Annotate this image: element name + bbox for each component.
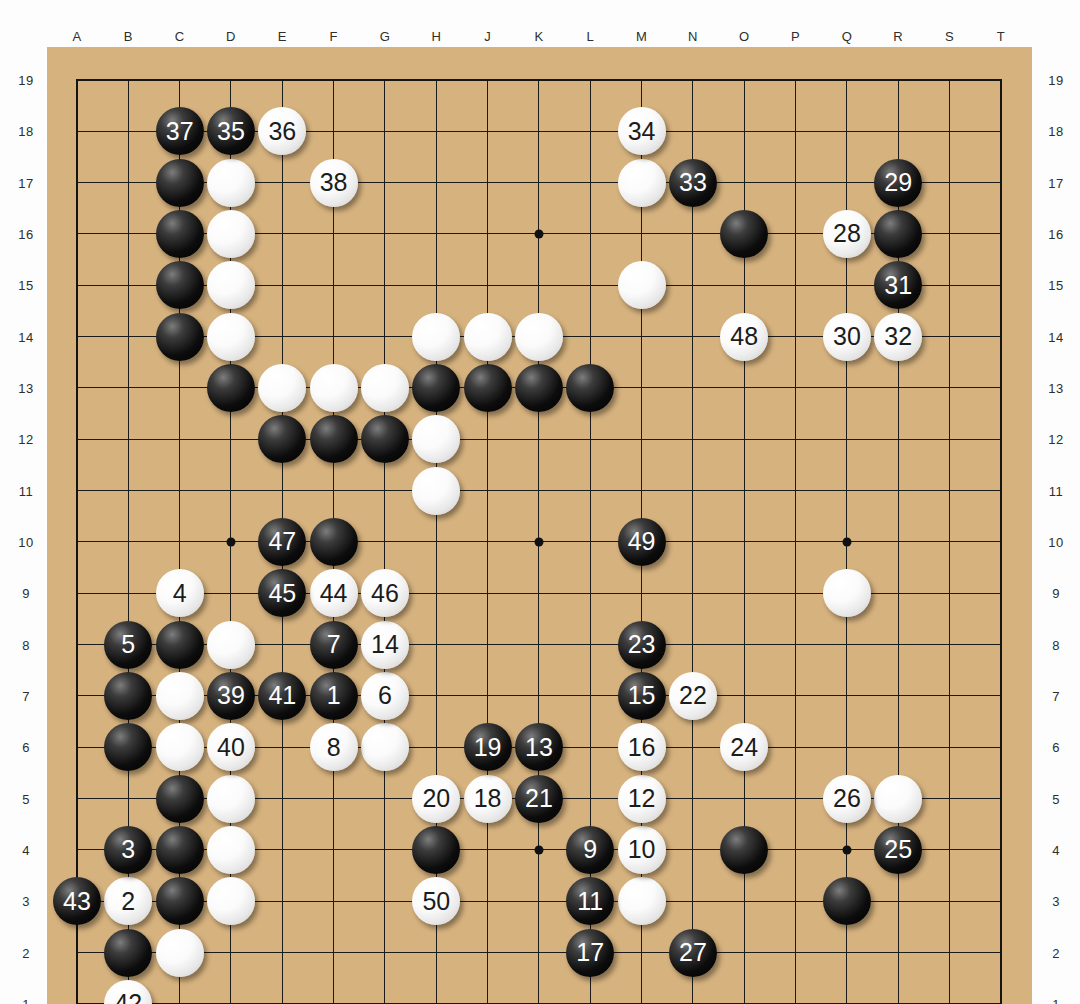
stone-black-R15: 31 <box>874 261 922 309</box>
stone-white-M17 <box>618 159 666 207</box>
board-point-O6: 24 <box>719 722 770 773</box>
move-number: 37 <box>166 119 194 144</box>
board-point-O14: 48 <box>719 311 770 362</box>
board-point-N7: 22 <box>667 670 718 721</box>
stone-black-K13 <box>515 364 563 412</box>
stone-white-B3: 2 <box>104 877 152 925</box>
row-label-right-6: 6 <box>1052 740 1060 755</box>
board-point-R17: 29 <box>873 157 924 208</box>
board-point-G6 <box>359 722 410 773</box>
stone-white-C2 <box>156 929 204 977</box>
move-number: 3 <box>121 837 135 862</box>
stone-black-B6 <box>104 723 152 771</box>
stone-white-M3 <box>618 877 666 925</box>
move-number: 39 <box>217 683 245 708</box>
row-label-left-12: 12 <box>18 432 33 447</box>
board-point-D8 <box>205 619 256 670</box>
stone-black-L4: 9 <box>566 826 614 874</box>
row-label-left-18: 18 <box>18 124 33 139</box>
board-point-C9: 4 <box>154 568 205 619</box>
move-number: 14 <box>371 632 399 657</box>
board-point-G13 <box>359 362 410 413</box>
stone-black-F8: 7 <box>310 621 358 669</box>
board-point-M6: 16 <box>616 722 667 773</box>
stone-white-F13 <box>310 364 358 412</box>
move-number: 9 <box>583 837 597 862</box>
move-number: 4 <box>173 581 187 606</box>
move-number: 33 <box>679 170 707 195</box>
stone-white-C6 <box>156 723 204 771</box>
stone-white-Q16: 28 <box>823 210 871 258</box>
stone-black-E7: 41 <box>258 672 306 720</box>
stone-black-G12 <box>361 415 409 463</box>
row-label-left-14: 14 <box>18 329 33 344</box>
row-label-right-16: 16 <box>1048 226 1063 241</box>
board-point-B1: 42 <box>103 978 154 1004</box>
stone-white-D5 <box>207 775 255 823</box>
board-point-D14 <box>205 311 256 362</box>
stone-white-C7 <box>156 672 204 720</box>
stone-white-O6: 24 <box>720 723 768 771</box>
board-point-Q5: 26 <box>821 773 872 824</box>
board-point-D7: 39 <box>205 670 256 721</box>
board-point-J14 <box>462 311 513 362</box>
stone-white-G13 <box>361 364 409 412</box>
col-label-P: P <box>791 29 800 44</box>
stone-black-D7: 39 <box>207 672 255 720</box>
row-label-left-3: 3 <box>22 894 30 909</box>
stone-black-K6: 13 <box>515 723 563 771</box>
board-point-L13 <box>565 362 616 413</box>
stone-black-A3: 43 <box>53 877 101 925</box>
stone-white-E13 <box>258 364 306 412</box>
board-point-M5: 12 <box>616 773 667 824</box>
row-label-right-3: 3 <box>1052 894 1060 909</box>
stone-white-C9: 4 <box>156 569 204 617</box>
stone-black-N17: 33 <box>669 159 717 207</box>
board-point-D4 <box>205 824 256 875</box>
board-point-G12 <box>359 414 410 465</box>
row-label-left-7: 7 <box>22 688 30 703</box>
board-point-E12 <box>257 414 308 465</box>
row-label-left-5: 5 <box>22 791 30 806</box>
stone-black-M7: 15 <box>618 672 666 720</box>
board-point-M8: 23 <box>616 619 667 670</box>
col-label-E: E <box>278 29 287 44</box>
move-number: 47 <box>268 529 296 554</box>
row-label-right-5: 5 <box>1052 791 1060 806</box>
stone-black-D18: 35 <box>207 107 255 155</box>
board-point-K14 <box>513 311 564 362</box>
move-number: 28 <box>833 221 861 246</box>
move-number: 45 <box>268 581 296 606</box>
col-label-D: D <box>226 29 236 44</box>
stone-black-F12 <box>310 415 358 463</box>
board-point-F6: 8 <box>308 722 359 773</box>
stone-black-C16 <box>156 210 204 258</box>
board-point-B3: 2 <box>103 876 154 927</box>
go-kifu-diagram: 1234567891011121314151617181920212223242… <box>0 0 1080 1004</box>
move-number: 7 <box>327 632 341 657</box>
board-point-L2: 17 <box>565 927 616 978</box>
board-point-B6 <box>103 722 154 773</box>
stone-black-F10 <box>310 518 358 566</box>
board-point-K13 <box>513 362 564 413</box>
board-point-B7 <box>103 670 154 721</box>
stone-black-O16 <box>720 210 768 258</box>
board-point-H5: 20 <box>411 773 462 824</box>
stone-black-M8: 23 <box>618 621 666 669</box>
move-number: 21 <box>525 786 553 811</box>
stone-black-C14 <box>156 313 204 361</box>
board-point-N17: 33 <box>667 157 718 208</box>
stone-black-C18: 37 <box>156 107 204 155</box>
row-label-left-2: 2 <box>22 945 30 960</box>
stone-black-C8 <box>156 621 204 669</box>
stone-black-C17 <box>156 159 204 207</box>
move-number: 43 <box>63 889 91 914</box>
stone-white-N7: 22 <box>669 672 717 720</box>
col-label-C: C <box>175 29 185 44</box>
board-point-H3: 50 <box>411 876 462 927</box>
board-point-R5 <box>873 773 924 824</box>
board-point-F17: 38 <box>308 157 359 208</box>
board-point-K5: 21 <box>513 773 564 824</box>
row-label-right-11: 11 <box>1049 483 1064 498</box>
stone-white-D4 <box>207 826 255 874</box>
move-number: 11 <box>577 889 603 914</box>
stone-black-O4 <box>720 826 768 874</box>
stone-white-M18: 34 <box>618 107 666 155</box>
col-label-F: F <box>329 29 337 44</box>
stone-white-E18: 36 <box>258 107 306 155</box>
stone-white-H3: 50 <box>412 877 460 925</box>
stone-white-B1: 42 <box>104 980 152 1004</box>
stone-black-L3: 11 <box>566 877 614 925</box>
row-label-right-14: 14 <box>1048 329 1063 344</box>
row-label-left-4: 4 <box>22 842 30 857</box>
move-number: 16 <box>628 735 656 760</box>
row-label-right-2: 2 <box>1052 945 1060 960</box>
stone-white-H12 <box>412 415 460 463</box>
move-number: 44 <box>320 581 348 606</box>
move-number: 2 <box>121 889 135 914</box>
board-point-D6: 40 <box>205 722 256 773</box>
board-point-C7 <box>154 670 205 721</box>
board-point-C18: 37 <box>154 106 205 157</box>
stone-white-R5 <box>874 775 922 823</box>
stone-white-F9: 44 <box>310 569 358 617</box>
move-number: 40 <box>217 735 245 760</box>
board-point-F12 <box>308 414 359 465</box>
col-label-S: S <box>945 29 954 44</box>
board-point-C2 <box>154 927 205 978</box>
move-number: 15 <box>628 683 656 708</box>
stone-white-D15 <box>207 261 255 309</box>
col-label-H: H <box>431 29 441 44</box>
stone-black-L2: 17 <box>566 929 614 977</box>
move-number: 13 <box>525 735 553 760</box>
stone-black-B7 <box>104 672 152 720</box>
move-number: 26 <box>833 786 861 811</box>
board-point-H11 <box>411 465 462 516</box>
board-point-E13 <box>257 362 308 413</box>
row-label-left-8: 8 <box>22 637 30 652</box>
stone-white-H5: 20 <box>412 775 460 823</box>
col-label-B: B <box>124 29 133 44</box>
row-label-left-1: 1 <box>22 996 30 1004</box>
stone-black-D13 <box>207 364 255 412</box>
stone-white-J14 <box>464 313 512 361</box>
row-label-right-8: 8 <box>1052 637 1060 652</box>
stone-black-C15 <box>156 261 204 309</box>
board-point-C14 <box>154 311 205 362</box>
move-number: 22 <box>679 683 707 708</box>
board-point-C5 <box>154 773 205 824</box>
row-label-right-1: 1 <box>1052 996 1060 1004</box>
board-point-E18: 36 <box>257 106 308 157</box>
move-number: 24 <box>730 735 758 760</box>
stone-black-B4: 3 <box>104 826 152 874</box>
move-number: 10 <box>628 837 656 862</box>
stone-white-M4: 10 <box>618 826 666 874</box>
stone-black-J6: 19 <box>464 723 512 771</box>
stone-black-R4: 25 <box>874 826 922 874</box>
row-label-right-12: 12 <box>1048 432 1063 447</box>
row-label-right-17: 17 <box>1048 175 1063 190</box>
stone-white-G8: 14 <box>361 621 409 669</box>
board-point-D15 <box>205 260 256 311</box>
row-label-right-4: 4 <box>1052 842 1060 857</box>
stone-white-Q5: 26 <box>823 775 871 823</box>
board-point-M4: 10 <box>616 824 667 875</box>
row-label-right-13: 13 <box>1048 380 1063 395</box>
stone-white-G6 <box>361 723 409 771</box>
stone-black-E12 <box>258 415 306 463</box>
move-number: 5 <box>121 632 135 657</box>
board-point-O4 <box>719 824 770 875</box>
stone-grid: 1234567891011121314151617181920212223242… <box>51 54 1026 1004</box>
move-number: 17 <box>576 940 604 965</box>
row-label-left-16: 16 <box>18 226 33 241</box>
board-point-B8: 5 <box>103 619 154 670</box>
board-point-M7: 15 <box>616 670 667 721</box>
board-point-E9: 45 <box>257 568 308 619</box>
stone-black-C5 <box>156 775 204 823</box>
stone-white-M15 <box>618 261 666 309</box>
board-point-B4: 3 <box>103 824 154 875</box>
board-point-D3 <box>205 876 256 927</box>
stone-black-C4 <box>156 826 204 874</box>
col-label-R: R <box>893 29 903 44</box>
stone-white-O14: 48 <box>720 313 768 361</box>
col-label-Q: Q <box>842 29 853 44</box>
board-point-M10: 49 <box>616 516 667 567</box>
stone-black-R17: 29 <box>874 159 922 207</box>
board-point-M18: 34 <box>616 106 667 157</box>
board-point-G8: 14 <box>359 619 410 670</box>
stone-black-H4 <box>412 826 460 874</box>
col-label-J: J <box>484 29 491 44</box>
board-point-F8: 7 <box>308 619 359 670</box>
board-point-H12 <box>411 414 462 465</box>
stone-white-M6: 16 <box>618 723 666 771</box>
col-label-L: L <box>586 29 594 44</box>
board-point-G7: 6 <box>359 670 410 721</box>
board-point-Q9 <box>821 568 872 619</box>
move-number: 8 <box>327 735 341 760</box>
stone-black-Q3 <box>823 877 871 925</box>
col-label-A: A <box>72 29 81 44</box>
stone-black-E9: 45 <box>258 569 306 617</box>
move-number: 19 <box>474 735 502 760</box>
stone-black-H13 <box>412 364 460 412</box>
board-point-C16 <box>154 208 205 259</box>
move-number: 36 <box>268 119 296 144</box>
move-number: 12 <box>628 786 656 811</box>
board-point-D16 <box>205 208 256 259</box>
board-point-C4 <box>154 824 205 875</box>
stone-black-K5: 21 <box>515 775 563 823</box>
board-point-R15: 31 <box>873 260 924 311</box>
stone-black-B8: 5 <box>104 621 152 669</box>
move-number: 29 <box>884 170 912 195</box>
row-label-left-13: 13 <box>18 380 33 395</box>
stone-black-F7: 1 <box>310 672 358 720</box>
stone-black-M10: 49 <box>618 518 666 566</box>
move-number: 42 <box>114 991 142 1004</box>
move-number: 46 <box>371 581 399 606</box>
board-point-F13 <box>308 362 359 413</box>
board-point-G9: 46 <box>359 568 410 619</box>
stone-white-D14 <box>207 313 255 361</box>
move-number: 1 <box>327 683 341 708</box>
stone-white-H14 <box>412 313 460 361</box>
row-label-left-19: 19 <box>18 73 33 88</box>
board-point-F7: 1 <box>308 670 359 721</box>
stone-black-L13 <box>566 364 614 412</box>
move-number: 50 <box>422 889 450 914</box>
row-label-right-9: 9 <box>1052 586 1060 601</box>
stone-white-H11 <box>412 467 460 515</box>
stone-white-J5: 18 <box>464 775 512 823</box>
col-label-M: M <box>636 29 647 44</box>
board-point-D13 <box>205 362 256 413</box>
col-label-G: G <box>380 29 391 44</box>
stone-white-K14 <box>515 313 563 361</box>
board-point-N2: 27 <box>667 927 718 978</box>
board-point-A3: 43 <box>51 876 102 927</box>
stone-white-G7: 6 <box>361 672 409 720</box>
move-number: 20 <box>422 786 450 811</box>
row-label-right-19: 19 <box>1048 73 1063 88</box>
board-point-E7: 41 <box>257 670 308 721</box>
row-label-right-7: 7 <box>1052 688 1060 703</box>
stone-white-D8 <box>207 621 255 669</box>
row-label-right-10: 10 <box>1048 534 1063 549</box>
board-point-C8 <box>154 619 205 670</box>
board-point-H14 <box>411 311 462 362</box>
board-point-C3 <box>154 876 205 927</box>
stone-white-D17 <box>207 159 255 207</box>
stone-white-F17: 38 <box>310 159 358 207</box>
board-point-R4: 25 <box>873 824 924 875</box>
stone-white-Q14: 30 <box>823 313 871 361</box>
row-label-left-10: 10 <box>18 534 33 549</box>
col-label-T: T <box>997 29 1005 44</box>
row-label-left-9: 9 <box>22 586 30 601</box>
move-number: 49 <box>628 529 656 554</box>
board-point-D5 <box>205 773 256 824</box>
stone-white-F6: 8 <box>310 723 358 771</box>
board-point-D17 <box>205 157 256 208</box>
stone-black-C3 <box>156 877 204 925</box>
board-point-K6: 13 <box>513 722 564 773</box>
board-point-Q14: 30 <box>821 311 872 362</box>
board-point-J6: 19 <box>462 722 513 773</box>
move-number: 32 <box>884 324 912 349</box>
stone-white-G9: 46 <box>361 569 409 617</box>
board-point-E10: 47 <box>257 516 308 567</box>
board-point-R14: 32 <box>873 311 924 362</box>
stone-white-R14: 32 <box>874 313 922 361</box>
board-point-O16 <box>719 208 770 259</box>
move-number: 31 <box>884 273 912 298</box>
board-point-J13 <box>462 362 513 413</box>
stone-white-Q9 <box>823 569 871 617</box>
stone-black-N2: 27 <box>669 929 717 977</box>
move-number: 41 <box>268 683 296 708</box>
board-point-C6 <box>154 722 205 773</box>
move-number: 35 <box>217 119 245 144</box>
stone-black-B2 <box>104 929 152 977</box>
board-point-R16 <box>873 208 924 259</box>
row-label-right-18: 18 <box>1048 124 1063 139</box>
col-label-O: O <box>739 29 750 44</box>
row-label-left-17: 17 <box>18 175 33 190</box>
row-label-left-15: 15 <box>18 278 33 293</box>
move-number: 23 <box>628 632 656 657</box>
board-point-B2 <box>103 927 154 978</box>
stone-white-D3 <box>207 877 255 925</box>
stone-white-D16 <box>207 210 255 258</box>
move-number: 18 <box>474 786 502 811</box>
row-label-right-15: 15 <box>1048 278 1063 293</box>
move-number: 48 <box>730 324 758 349</box>
board-point-M17 <box>616 157 667 208</box>
move-number: 27 <box>679 940 707 965</box>
stone-white-M5: 12 <box>618 775 666 823</box>
row-label-left-6: 6 <box>22 740 30 755</box>
stone-black-J13 <box>464 364 512 412</box>
board-point-F10 <box>308 516 359 567</box>
move-number: 25 <box>884 837 912 862</box>
stone-white-D6: 40 <box>207 723 255 771</box>
board-point-H4 <box>411 824 462 875</box>
board-point-H13 <box>411 362 462 413</box>
stone-black-E10: 47 <box>258 518 306 566</box>
board-point-F9: 44 <box>308 568 359 619</box>
board-point-M15 <box>616 260 667 311</box>
board-point-L3: 11 <box>565 876 616 927</box>
stone-black-R16 <box>874 210 922 258</box>
board-point-C15 <box>154 260 205 311</box>
board-point-D18: 35 <box>205 106 256 157</box>
board-point-J5: 18 <box>462 773 513 824</box>
col-label-N: N <box>688 29 698 44</box>
board-point-Q16: 28 <box>821 208 872 259</box>
move-number: 34 <box>628 119 656 144</box>
